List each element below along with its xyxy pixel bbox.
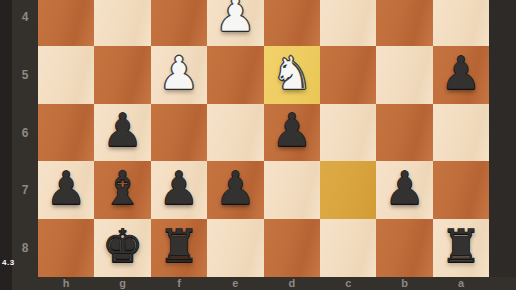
square-d5[interactable]: ♞	[264, 46, 320, 104]
rank-label-5: 5	[12, 67, 38, 83]
square-e5[interactable]	[207, 46, 263, 104]
square-c7[interactable]	[320, 161, 376, 219]
black-pawn-h7: ♟	[46, 165, 87, 211]
square-e4[interactable]: ♟	[207, 0, 263, 46]
square-g4[interactable]	[94, 0, 150, 46]
file-label-g: g	[94, 277, 150, 290]
black-king-g8: ♚	[102, 223, 143, 269]
square-f8[interactable]: ♜	[151, 219, 207, 277]
square-e8[interactable]	[207, 219, 263, 277]
file-label-e: e	[207, 277, 263, 290]
square-e6[interactable]	[207, 104, 263, 162]
square-b4[interactable]	[376, 0, 432, 46]
square-g8[interactable]: ♚	[94, 219, 150, 277]
white-knight-d5: ♞	[271, 50, 312, 96]
black-rook-f8: ♜	[158, 223, 199, 269]
left-outer-strip	[0, 0, 12, 290]
square-b6[interactable]	[376, 104, 432, 162]
square-c6[interactable]	[320, 104, 376, 162]
square-d7[interactable]	[264, 161, 320, 219]
square-h4[interactable]	[38, 0, 94, 46]
square-h6[interactable]	[38, 104, 94, 162]
file-label-c: c	[320, 277, 376, 290]
file-label-b: b	[376, 277, 432, 290]
square-d4[interactable]	[264, 0, 320, 46]
square-d8[interactable]	[264, 219, 320, 277]
square-g5[interactable]	[94, 46, 150, 104]
rank-label-4: 4	[12, 9, 38, 25]
square-a8[interactable]: ♜	[433, 219, 489, 277]
square-f4[interactable]	[151, 0, 207, 46]
black-pawn-b7: ♟	[384, 165, 425, 211]
black-pawn-a5: ♟	[440, 50, 481, 96]
square-g7[interactable]: ♝	[94, 161, 150, 219]
chess-board-grid: ♟♟♞♟♟♟♟♝♟♟♟♚♜♜	[38, 0, 489, 277]
rank-label-8: 8	[12, 240, 38, 256]
square-c4[interactable]	[320, 0, 376, 46]
evaluation-score: 4.3	[2, 258, 15, 267]
rank-label-6: 6	[12, 125, 38, 141]
square-f5[interactable]: ♟	[151, 46, 207, 104]
square-e7[interactable]: ♟	[207, 161, 263, 219]
file-label-f: f	[151, 277, 207, 290]
file-label-h: h	[38, 277, 94, 290]
square-a6[interactable]	[433, 104, 489, 162]
square-g6[interactable]: ♟	[94, 104, 150, 162]
black-pawn-g6: ♟	[102, 107, 143, 153]
square-f7[interactable]: ♟	[151, 161, 207, 219]
square-f6[interactable]	[151, 104, 207, 162]
chess-board: ♟♟♞♟♟♟♟♝♟♟♟♚♜♜	[38, 0, 489, 277]
rank-label-7: 7	[12, 182, 38, 198]
square-a4[interactable]	[433, 0, 489, 46]
square-c8[interactable]	[320, 219, 376, 277]
square-b5[interactable]	[376, 46, 432, 104]
square-b7[interactable]: ♟	[376, 161, 432, 219]
black-pawn-e7: ♟	[215, 165, 256, 211]
square-h7[interactable]: ♟	[38, 161, 94, 219]
square-a7[interactable]	[433, 161, 489, 219]
white-pawn-e4: ♟	[215, 0, 256, 38]
square-a5[interactable]: ♟	[433, 46, 489, 104]
file-label-a: a	[433, 277, 489, 290]
black-rook-a8: ♜	[440, 223, 481, 269]
file-label-d: d	[264, 277, 320, 290]
square-c5[interactable]	[320, 46, 376, 104]
square-d6[interactable]: ♟	[264, 104, 320, 162]
square-b8[interactable]	[376, 219, 432, 277]
black-bishop-g7: ♝	[102, 165, 143, 211]
square-h5[interactable]	[38, 46, 94, 104]
black-pawn-f7: ♟	[158, 165, 199, 211]
black-pawn-d6: ♟	[271, 107, 312, 153]
square-h8[interactable]	[38, 219, 94, 277]
white-pawn-f5: ♟	[158, 50, 199, 96]
